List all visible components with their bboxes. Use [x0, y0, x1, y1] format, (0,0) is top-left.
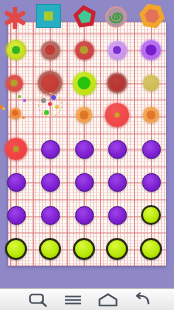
hexagon-icon[interactable] [138, 2, 166, 30]
navigation-bar [0, 288, 174, 310]
game-piece[interactable] [73, 238, 95, 260]
game-piece[interactable] [108, 173, 127, 192]
game-piece[interactable] [39, 238, 61, 260]
piece-center-dot [12, 46, 20, 54]
home-icon[interactable] [96, 292, 118, 308]
square-icon[interactable] [36, 4, 61, 28]
back-icon[interactable] [130, 292, 152, 308]
game-piece[interactable] [7, 206, 26, 225]
menu-icon[interactable] [62, 292, 84, 308]
piece-center-dot [80, 111, 89, 120]
game-piece[interactable] [108, 206, 127, 225]
magnifier-icon[interactable] [28, 292, 50, 308]
piece-center-dot [12, 110, 18, 116]
game-piece[interactable] [75, 173, 94, 192]
game-piece[interactable] [108, 140, 127, 159]
burst-particle [0, 105, 3, 109]
piece-center-dot [11, 80, 18, 87]
game-piece[interactable] [105, 103, 129, 127]
game-piece[interactable] [41, 140, 60, 159]
game-piece[interactable] [10, 108, 21, 119]
spiral-icon[interactable] [105, 6, 127, 28]
game-piece[interactable] [143, 107, 159, 123]
game-piece[interactable] [142, 140, 161, 159]
game-piece[interactable] [75, 140, 94, 159]
piece-center-dot [115, 113, 120, 118]
piece-center-dot [45, 45, 55, 55]
asterisk-icon[interactable] [4, 7, 26, 29]
game-piece[interactable] [141, 205, 161, 225]
game-piece[interactable] [41, 41, 60, 60]
piece-center-dot [13, 146, 19, 152]
game-piece[interactable] [106, 238, 128, 260]
game-piece[interactable] [38, 71, 62, 95]
game-piece[interactable] [6, 75, 23, 92]
pentagon-icon[interactable] [72, 4, 98, 30]
burst-particle [2, 107, 5, 110]
piece-center-dot [80, 46, 88, 54]
game-piece[interactable] [141, 40, 161, 60]
game-piece[interactable] [76, 107, 92, 123]
game-piece[interactable] [5, 138, 27, 160]
game-piece[interactable] [75, 206, 94, 225]
game-piece[interactable] [5, 238, 27, 260]
game-piece[interactable] [140, 238, 162, 260]
game-piece[interactable] [41, 206, 60, 225]
game-piece[interactable] [143, 75, 159, 91]
game-piece[interactable] [41, 173, 60, 192]
piece-center-dot [146, 45, 157, 56]
game-piece[interactable] [7, 173, 26, 192]
game-piece[interactable] [107, 73, 127, 93]
game-piece[interactable] [73, 72, 96, 95]
game-piece[interactable] [108, 41, 127, 60]
game-piece[interactable] [75, 41, 94, 60]
game-piece[interactable] [142, 173, 161, 192]
piece-center-dot [147, 111, 156, 120]
piece-center-dot [78, 77, 91, 90]
game-piece[interactable] [6, 40, 26, 60]
app-screen [0, 0, 174, 310]
piece-center-dot [113, 46, 121, 54]
